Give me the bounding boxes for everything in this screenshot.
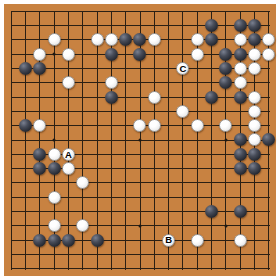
- intersection-m12[interactable]: [176, 104, 190, 118]
- intersection-a10[interactable]: [4, 133, 18, 147]
- intersection-p3[interactable]: [219, 233, 233, 247]
- intersection-b3[interactable]: [18, 233, 32, 247]
- intersection-i4[interactable]: [119, 219, 133, 233]
- intersection-g3[interactable]: [90, 233, 104, 247]
- intersection-a3[interactable]: [4, 233, 18, 247]
- intersection-o18[interactable]: [204, 18, 218, 32]
- intersection-s17[interactable]: [262, 33, 276, 47]
- intersection-j11[interactable]: [133, 119, 147, 133]
- intersection-d5[interactable]: [47, 204, 61, 218]
- intersection-n5[interactable]: [190, 204, 204, 218]
- intersection-e8[interactable]: [61, 161, 75, 175]
- intersection-m3[interactable]: [176, 233, 190, 247]
- intersection-h6[interactable]: [104, 190, 118, 204]
- intersection-c17[interactable]: [33, 33, 47, 47]
- intersection-d4[interactable]: [47, 219, 61, 233]
- intersection-r14[interactable]: [247, 76, 261, 90]
- intersection-f6[interactable]: [76, 190, 90, 204]
- intersection-k2[interactable]: [147, 247, 161, 261]
- intersection-o5[interactable]: [204, 204, 218, 218]
- intersection-q5[interactable]: [233, 204, 247, 218]
- intersection-n19[interactable]: [190, 4, 204, 18]
- intersection-g2[interactable]: [90, 247, 104, 261]
- intersection-p6[interactable]: [219, 190, 233, 204]
- intersection-j1[interactable]: [133, 262, 147, 276]
- intersection-f2[interactable]: [76, 247, 90, 261]
- intersection-a2[interactable]: [4, 247, 18, 261]
- intersection-d14[interactable]: [47, 76, 61, 90]
- intersection-s13[interactable]: [262, 90, 276, 104]
- intersection-b15[interactable]: [18, 61, 32, 75]
- intersection-e15[interactable]: [61, 61, 75, 75]
- intersection-p13[interactable]: [219, 90, 233, 104]
- intersection-a17[interactable]: [4, 33, 18, 47]
- intersection-k3[interactable]: [147, 233, 161, 247]
- intersection-p5[interactable]: [219, 204, 233, 218]
- intersection-e10[interactable]: [61, 133, 75, 147]
- intersection-i18[interactable]: [119, 18, 133, 32]
- intersection-r5[interactable]: [247, 204, 261, 218]
- intersection-r2[interactable]: [247, 247, 261, 261]
- intersection-h5[interactable]: [104, 204, 118, 218]
- intersection-r11[interactable]: [247, 119, 261, 133]
- intersection-b16[interactable]: [18, 47, 32, 61]
- intersection-f13[interactable]: [76, 90, 90, 104]
- intersection-f17[interactable]: [76, 33, 90, 47]
- intersection-d18[interactable]: [47, 18, 61, 32]
- intersection-b18[interactable]: [18, 18, 32, 32]
- intersection-k13[interactable]: [147, 90, 161, 104]
- intersection-r6[interactable]: [247, 190, 261, 204]
- intersection-k8[interactable]: [147, 161, 161, 175]
- intersection-o16[interactable]: [204, 47, 218, 61]
- intersection-o7[interactable]: [204, 176, 218, 190]
- intersection-j6[interactable]: [133, 190, 147, 204]
- intersection-j15[interactable]: [133, 61, 147, 75]
- intersection-i2[interactable]: [119, 247, 133, 261]
- intersection-q12[interactable]: [233, 104, 247, 118]
- intersection-d1[interactable]: [47, 262, 61, 276]
- intersection-j10[interactable]: [133, 133, 147, 147]
- intersection-o15[interactable]: [204, 61, 218, 75]
- intersection-f4[interactable]: [76, 219, 90, 233]
- intersection-r13[interactable]: [247, 90, 261, 104]
- intersection-o3[interactable]: [204, 233, 218, 247]
- intersection-n2[interactable]: [190, 247, 204, 261]
- intersection-b13[interactable]: [18, 90, 32, 104]
- intersection-p4[interactable]: [219, 219, 233, 233]
- intersection-m16[interactable]: [176, 47, 190, 61]
- intersection-i17[interactable]: [119, 33, 133, 47]
- intersection-c3[interactable]: [33, 233, 47, 247]
- intersection-s10[interactable]: [262, 133, 276, 147]
- intersection-b2[interactable]: [18, 247, 32, 261]
- intersection-g14[interactable]: [90, 76, 104, 90]
- intersection-d15[interactable]: [47, 61, 61, 75]
- intersection-l3[interactable]: B: [161, 233, 175, 247]
- intersection-b6[interactable]: [18, 190, 32, 204]
- intersection-j8[interactable]: [133, 161, 147, 175]
- intersection-a13[interactable]: [4, 90, 18, 104]
- intersection-c15[interactable]: [33, 61, 47, 75]
- intersection-j17[interactable]: [133, 33, 147, 47]
- intersection-a5[interactable]: [4, 204, 18, 218]
- intersection-l12[interactable]: [161, 104, 175, 118]
- intersection-f19[interactable]: [76, 4, 90, 18]
- intersection-m5[interactable]: [176, 204, 190, 218]
- intersection-h14[interactable]: [104, 76, 118, 90]
- intersection-d6[interactable]: [47, 190, 61, 204]
- intersection-q7[interactable]: [233, 176, 247, 190]
- intersection-l6[interactable]: [161, 190, 175, 204]
- intersection-c10[interactable]: [33, 133, 47, 147]
- intersection-r10[interactable]: [247, 133, 261, 147]
- intersection-j16[interactable]: [133, 47, 147, 61]
- intersection-l1[interactable]: [161, 262, 175, 276]
- intersection-l14[interactable]: [161, 76, 175, 90]
- intersection-q8[interactable]: [233, 161, 247, 175]
- intersection-o2[interactable]: [204, 247, 218, 261]
- intersection-o14[interactable]: [204, 76, 218, 90]
- intersection-n11[interactable]: [190, 119, 204, 133]
- intersection-b9[interactable]: [18, 147, 32, 161]
- intersection-l4[interactable]: [161, 219, 175, 233]
- intersection-c12[interactable]: [33, 104, 47, 118]
- intersection-e13[interactable]: [61, 90, 75, 104]
- intersection-s16[interactable]: [262, 47, 276, 61]
- intersection-f18[interactable]: [76, 18, 90, 32]
- intersection-a6[interactable]: [4, 190, 18, 204]
- intersection-b7[interactable]: [18, 176, 32, 190]
- intersection-e19[interactable]: [61, 4, 75, 18]
- intersection-l11[interactable]: [161, 119, 175, 133]
- intersection-e3[interactable]: [61, 233, 75, 247]
- intersection-j13[interactable]: [133, 90, 147, 104]
- intersection-h4[interactable]: [104, 219, 118, 233]
- intersection-l5[interactable]: [161, 204, 175, 218]
- intersection-c5[interactable]: [33, 204, 47, 218]
- intersection-o4[interactable]: [204, 219, 218, 233]
- intersection-s11[interactable]: [262, 119, 276, 133]
- intersection-j5[interactable]: [133, 204, 147, 218]
- intersection-e14[interactable]: [61, 76, 75, 90]
- intersection-c11[interactable]: [33, 119, 47, 133]
- intersection-j14[interactable]: [133, 76, 147, 90]
- intersection-m19[interactable]: [176, 4, 190, 18]
- intersection-g18[interactable]: [90, 18, 104, 32]
- intersection-k9[interactable]: [147, 147, 161, 161]
- intersection-o1[interactable]: [204, 262, 218, 276]
- intersection-n13[interactable]: [190, 90, 204, 104]
- intersection-a1[interactable]: [4, 262, 18, 276]
- intersection-f14[interactable]: [76, 76, 90, 90]
- intersection-f5[interactable]: [76, 204, 90, 218]
- intersection-d12[interactable]: [47, 104, 61, 118]
- intersection-g11[interactable]: [90, 119, 104, 133]
- intersection-r16[interactable]: [247, 47, 261, 61]
- intersection-s12[interactable]: [262, 104, 276, 118]
- intersection-s18[interactable]: [262, 18, 276, 32]
- intersection-i10[interactable]: [119, 133, 133, 147]
- intersection-b19[interactable]: [18, 4, 32, 18]
- intersection-h10[interactable]: [104, 133, 118, 147]
- intersection-b1[interactable]: [18, 262, 32, 276]
- intersection-q15[interactable]: [233, 61, 247, 75]
- intersection-a11[interactable]: [4, 119, 18, 133]
- intersection-s15[interactable]: [262, 61, 276, 75]
- intersection-e17[interactable]: [61, 33, 75, 47]
- intersection-g4[interactable]: [90, 219, 104, 233]
- intersection-j19[interactable]: [133, 4, 147, 18]
- intersection-o11[interactable]: [204, 119, 218, 133]
- intersection-f10[interactable]: [76, 133, 90, 147]
- intersection-f1[interactable]: [76, 262, 90, 276]
- intersection-c19[interactable]: [33, 4, 47, 18]
- intersection-d8[interactable]: [47, 161, 61, 175]
- intersection-b5[interactable]: [18, 204, 32, 218]
- intersection-l15[interactable]: [161, 61, 175, 75]
- intersection-f8[interactable]: [76, 161, 90, 175]
- intersection-g7[interactable]: [90, 176, 104, 190]
- intersection-n6[interactable]: [190, 190, 204, 204]
- intersection-o13[interactable]: [204, 90, 218, 104]
- intersection-n15[interactable]: [190, 61, 204, 75]
- intersection-d13[interactable]: [47, 90, 61, 104]
- intersection-r19[interactable]: [247, 4, 261, 18]
- intersection-m17[interactable]: [176, 33, 190, 47]
- intersection-k6[interactable]: [147, 190, 161, 204]
- intersection-h9[interactable]: [104, 147, 118, 161]
- intersection-o10[interactable]: [204, 133, 218, 147]
- intersection-l10[interactable]: [161, 133, 175, 147]
- intersection-q2[interactable]: [233, 247, 247, 261]
- intersection-n17[interactable]: [190, 33, 204, 47]
- intersection-s4[interactable]: [262, 219, 276, 233]
- intersection-s9[interactable]: [262, 147, 276, 161]
- intersection-d3[interactable]: [47, 233, 61, 247]
- intersection-e9[interactable]: A: [61, 147, 75, 161]
- intersection-r15[interactable]: [247, 61, 261, 75]
- intersection-b14[interactable]: [18, 76, 32, 90]
- intersection-i11[interactable]: [119, 119, 133, 133]
- intersection-a7[interactable]: [4, 176, 18, 190]
- intersection-q3[interactable]: [233, 233, 247, 247]
- intersection-k1[interactable]: [147, 262, 161, 276]
- intersection-m9[interactable]: [176, 147, 190, 161]
- intersection-r18[interactable]: [247, 18, 261, 32]
- intersection-k11[interactable]: [147, 119, 161, 133]
- intersection-h19[interactable]: [104, 4, 118, 18]
- intersection-k16[interactable]: [147, 47, 161, 61]
- intersection-h12[interactable]: [104, 104, 118, 118]
- intersection-a9[interactable]: [4, 147, 18, 161]
- intersection-a14[interactable]: [4, 76, 18, 90]
- intersection-i1[interactable]: [119, 262, 133, 276]
- intersection-h15[interactable]: [104, 61, 118, 75]
- intersection-p10[interactable]: [219, 133, 233, 147]
- intersection-o8[interactable]: [204, 161, 218, 175]
- intersection-p1[interactable]: [219, 262, 233, 276]
- intersection-q17[interactable]: [233, 33, 247, 47]
- intersection-r17[interactable]: [247, 33, 261, 47]
- intersection-e1[interactable]: [61, 262, 75, 276]
- intersection-k18[interactable]: [147, 18, 161, 32]
- intersection-g15[interactable]: [90, 61, 104, 75]
- intersection-l8[interactable]: [161, 161, 175, 175]
- intersection-k19[interactable]: [147, 4, 161, 18]
- intersection-n12[interactable]: [190, 104, 204, 118]
- intersection-q9[interactable]: [233, 147, 247, 161]
- intersection-a16[interactable]: [4, 47, 18, 61]
- intersection-m6[interactable]: [176, 190, 190, 204]
- intersection-r12[interactable]: [247, 104, 261, 118]
- intersection-p14[interactable]: [219, 76, 233, 90]
- intersection-d7[interactable]: [47, 176, 61, 190]
- intersection-a12[interactable]: [4, 104, 18, 118]
- intersection-i15[interactable]: [119, 61, 133, 75]
- intersection-i5[interactable]: [119, 204, 133, 218]
- intersection-s19[interactable]: [262, 4, 276, 18]
- intersection-k17[interactable]: [147, 33, 161, 47]
- intersection-k5[interactable]: [147, 204, 161, 218]
- intersection-h7[interactable]: [104, 176, 118, 190]
- intersection-n3[interactable]: [190, 233, 204, 247]
- intersection-j7[interactable]: [133, 176, 147, 190]
- intersection-j4[interactable]: [133, 219, 147, 233]
- intersection-g13[interactable]: [90, 90, 104, 104]
- intersection-f9[interactable]: [76, 147, 90, 161]
- intersection-f11[interactable]: [76, 119, 90, 133]
- intersection-s7[interactable]: [262, 176, 276, 190]
- intersection-d10[interactable]: [47, 133, 61, 147]
- intersection-n7[interactable]: [190, 176, 204, 190]
- intersection-k10[interactable]: [147, 133, 161, 147]
- intersection-i7[interactable]: [119, 176, 133, 190]
- intersection-b11[interactable]: [18, 119, 32, 133]
- intersection-h3[interactable]: [104, 233, 118, 247]
- intersection-c8[interactable]: [33, 161, 47, 175]
- intersection-a8[interactable]: [4, 161, 18, 175]
- intersection-r7[interactable]: [247, 176, 261, 190]
- intersection-j18[interactable]: [133, 18, 147, 32]
- intersection-i13[interactable]: [119, 90, 133, 104]
- intersection-b12[interactable]: [18, 104, 32, 118]
- intersection-i16[interactable]: [119, 47, 133, 61]
- intersection-m2[interactable]: [176, 247, 190, 261]
- intersection-i8[interactable]: [119, 161, 133, 175]
- intersection-i6[interactable]: [119, 190, 133, 204]
- intersection-p15[interactable]: [219, 61, 233, 75]
- intersection-g10[interactable]: [90, 133, 104, 147]
- intersection-g19[interactable]: [90, 4, 104, 18]
- intersection-m13[interactable]: [176, 90, 190, 104]
- intersection-q11[interactable]: [233, 119, 247, 133]
- intersection-r3[interactable]: [247, 233, 261, 247]
- intersection-r8[interactable]: [247, 161, 261, 175]
- intersection-f16[interactable]: [76, 47, 90, 61]
- intersection-b8[interactable]: [18, 161, 32, 175]
- intersection-p17[interactable]: [219, 33, 233, 47]
- intersection-s1[interactable]: [262, 262, 276, 276]
- intersection-d16[interactable]: [47, 47, 61, 61]
- intersection-c13[interactable]: [33, 90, 47, 104]
- intersection-s6[interactable]: [262, 190, 276, 204]
- intersection-j12[interactable]: [133, 104, 147, 118]
- intersection-i9[interactable]: [119, 147, 133, 161]
- intersection-c2[interactable]: [33, 247, 47, 261]
- intersection-b10[interactable]: [18, 133, 32, 147]
- intersection-m8[interactable]: [176, 161, 190, 175]
- intersection-e2[interactable]: [61, 247, 75, 261]
- intersection-h13[interactable]: [104, 90, 118, 104]
- intersection-k7[interactable]: [147, 176, 161, 190]
- intersection-g12[interactable]: [90, 104, 104, 118]
- intersection-p7[interactable]: [219, 176, 233, 190]
- intersection-e11[interactable]: [61, 119, 75, 133]
- intersection-n8[interactable]: [190, 161, 204, 175]
- intersection-e7[interactable]: [61, 176, 75, 190]
- intersection-a18[interactable]: [4, 18, 18, 32]
- intersection-c14[interactable]: [33, 76, 47, 90]
- intersection-c18[interactable]: [33, 18, 47, 32]
- intersection-b4[interactable]: [18, 219, 32, 233]
- intersection-o19[interactable]: [204, 4, 218, 18]
- intersection-g1[interactable]: [90, 262, 104, 276]
- intersection-d17[interactable]: [47, 33, 61, 47]
- intersection-n1[interactable]: [190, 262, 204, 276]
- intersection-o12[interactable]: [204, 104, 218, 118]
- intersection-h17[interactable]: [104, 33, 118, 47]
- intersection-i14[interactable]: [119, 76, 133, 90]
- intersection-k15[interactable]: [147, 61, 161, 75]
- intersection-r9[interactable]: [247, 147, 261, 161]
- intersection-d2[interactable]: [47, 247, 61, 261]
- intersection-i12[interactable]: [119, 104, 133, 118]
- intersection-q13[interactable]: [233, 90, 247, 104]
- intersection-d11[interactable]: [47, 119, 61, 133]
- intersection-n4[interactable]: [190, 219, 204, 233]
- intersection-e6[interactable]: [61, 190, 75, 204]
- intersection-f7[interactable]: [76, 176, 90, 190]
- intersection-o6[interactable]: [204, 190, 218, 204]
- intersection-h2[interactable]: [104, 247, 118, 261]
- intersection-q4[interactable]: [233, 219, 247, 233]
- intersection-p11[interactable]: [219, 119, 233, 133]
- intersection-d9[interactable]: [47, 147, 61, 161]
- intersection-e12[interactable]: [61, 104, 75, 118]
- intersection-l9[interactable]: [161, 147, 175, 161]
- intersection-i19[interactable]: [119, 4, 133, 18]
- intersection-l18[interactable]: [161, 18, 175, 32]
- intersection-n9[interactable]: [190, 147, 204, 161]
- intersection-p9[interactable]: [219, 147, 233, 161]
- intersection-s8[interactable]: [262, 161, 276, 175]
- intersection-c9[interactable]: [33, 147, 47, 161]
- intersection-n18[interactable]: [190, 18, 204, 32]
- intersection-a19[interactable]: [4, 4, 18, 18]
- intersection-p8[interactable]: [219, 161, 233, 175]
- intersection-e5[interactable]: [61, 204, 75, 218]
- intersection-l19[interactable]: [161, 4, 175, 18]
- intersection-p16[interactable]: [219, 47, 233, 61]
- intersection-g6[interactable]: [90, 190, 104, 204]
- intersection-h16[interactable]: [104, 47, 118, 61]
- intersection-q1[interactable]: [233, 262, 247, 276]
- intersection-l16[interactable]: [161, 47, 175, 61]
- intersection-p18[interactable]: [219, 18, 233, 32]
- intersection-f15[interactable]: [76, 61, 90, 75]
- intersection-a15[interactable]: [4, 61, 18, 75]
